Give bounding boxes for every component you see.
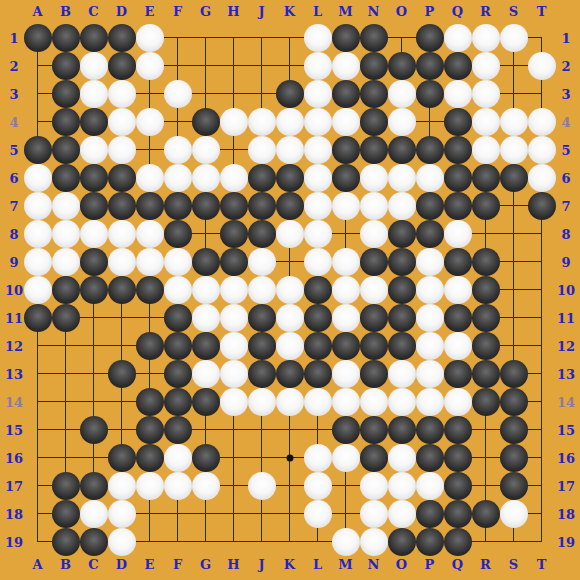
- white-stone-M16[interactable]: [332, 444, 360, 472]
- white-stone-J17[interactable]: [248, 472, 276, 500]
- white-stone-G11[interactable]: [192, 304, 220, 332]
- black-stone-C7[interactable]: [80, 192, 108, 220]
- white-stone-S5[interactable]: [500, 136, 528, 164]
- black-stone-N2[interactable]: [360, 52, 388, 80]
- black-stone-F13[interactable]: [164, 360, 192, 388]
- coordinate-label-col-O: O: [396, 558, 407, 571]
- white-stone-M9[interactable]: [332, 248, 360, 276]
- black-stone-O2[interactable]: [388, 52, 416, 80]
- black-stone-Q4[interactable]: [444, 108, 472, 136]
- coordinate-label-col-L: L: [313, 558, 322, 571]
- coordinate-label-col-D: D: [116, 5, 127, 18]
- coordinate-label-col-K: K: [284, 5, 295, 18]
- black-stone-H9[interactable]: [220, 248, 248, 276]
- white-stone-G10[interactable]: [192, 276, 220, 304]
- black-stone-M6[interactable]: [332, 164, 360, 192]
- black-stone-O19[interactable]: [388, 528, 416, 556]
- black-stone-M12[interactable]: [332, 332, 360, 360]
- white-stone-K14[interactable]: [276, 388, 304, 416]
- white-stone-G5[interactable]: [192, 136, 220, 164]
- black-stone-B5[interactable]: [52, 136, 80, 164]
- coordinate-label-row-5: 5: [9, 143, 18, 156]
- black-stone-E15[interactable]: [136, 416, 164, 444]
- black-stone-P7[interactable]: [416, 192, 444, 220]
- white-stone-F6[interactable]: [164, 164, 192, 192]
- coordinate-label-col-O: O: [396, 5, 407, 18]
- coordinate-label-col-S: S: [509, 558, 518, 571]
- white-stone-D19[interactable]: [108, 528, 136, 556]
- coordinate-label-row-10: 10: [557, 283, 575, 296]
- black-stone-B10[interactable]: [52, 276, 80, 304]
- white-stone-R5[interactable]: [472, 136, 500, 164]
- black-stone-M15[interactable]: [332, 416, 360, 444]
- black-stone-J8[interactable]: [248, 220, 276, 248]
- white-stone-A8[interactable]: [24, 220, 52, 248]
- black-stone-P5[interactable]: [416, 136, 444, 164]
- black-stone-M3[interactable]: [332, 80, 360, 108]
- white-stone-P11[interactable]: [416, 304, 444, 332]
- black-stone-O5[interactable]: [388, 136, 416, 164]
- coordinate-label-col-G: G: [200, 5, 211, 18]
- white-stone-P6[interactable]: [416, 164, 444, 192]
- black-stone-D10[interactable]: [108, 276, 136, 304]
- black-stone-D1[interactable]: [108, 24, 136, 52]
- black-stone-E7[interactable]: [136, 192, 164, 220]
- black-stone-E10[interactable]: [136, 276, 164, 304]
- black-stone-C17[interactable]: [80, 472, 108, 500]
- black-stone-N4[interactable]: [360, 108, 388, 136]
- white-stone-E9[interactable]: [136, 248, 164, 276]
- black-stone-S14[interactable]: [500, 388, 528, 416]
- white-stone-L6[interactable]: [304, 164, 332, 192]
- black-stone-B17[interactable]: [52, 472, 80, 500]
- white-stone-H13[interactable]: [220, 360, 248, 388]
- coordinate-label-col-T: T: [537, 5, 547, 18]
- white-stone-O18[interactable]: [388, 500, 416, 528]
- black-stone-C15[interactable]: [80, 416, 108, 444]
- white-stone-F9[interactable]: [164, 248, 192, 276]
- black-stone-C4[interactable]: [80, 108, 108, 136]
- black-stone-Q11[interactable]: [444, 304, 472, 332]
- black-stone-P1[interactable]: [416, 24, 444, 52]
- white-stone-S1[interactable]: [500, 24, 528, 52]
- black-stone-S6[interactable]: [500, 164, 528, 192]
- coordinate-label-col-Q: Q: [452, 558, 463, 571]
- white-stone-C18[interactable]: [80, 500, 108, 528]
- coordinate-label-row-15: 15: [5, 423, 23, 436]
- white-stone-E8[interactable]: [136, 220, 164, 248]
- white-stone-P17[interactable]: [416, 472, 444, 500]
- coordinate-label-col-F: F: [173, 558, 182, 571]
- black-stone-L10[interactable]: [304, 276, 332, 304]
- black-stone-N12[interactable]: [360, 332, 388, 360]
- white-stone-R4[interactable]: [472, 108, 500, 136]
- white-stone-D4[interactable]: [108, 108, 136, 136]
- white-stone-M13[interactable]: [332, 360, 360, 388]
- coordinate-label-row-8: 8: [561, 227, 570, 240]
- black-stone-D2[interactable]: [108, 52, 136, 80]
- white-stone-Q1[interactable]: [444, 24, 472, 52]
- black-stone-C9[interactable]: [80, 248, 108, 276]
- white-stone-O14[interactable]: [388, 388, 416, 416]
- white-stone-M11[interactable]: [332, 304, 360, 332]
- white-stone-L9[interactable]: [304, 248, 332, 276]
- black-stone-R13[interactable]: [472, 360, 500, 388]
- white-stone-M7[interactable]: [332, 192, 360, 220]
- white-stone-Q8[interactable]: [444, 220, 472, 248]
- black-stone-R6[interactable]: [472, 164, 500, 192]
- white-stone-L2[interactable]: [304, 52, 332, 80]
- black-stone-B19[interactable]: [52, 528, 80, 556]
- white-stone-A6[interactable]: [24, 164, 52, 192]
- black-stone-F14[interactable]: [164, 388, 192, 416]
- black-stone-R10[interactable]: [472, 276, 500, 304]
- black-stone-N11[interactable]: [360, 304, 388, 332]
- black-stone-Q2[interactable]: [444, 52, 472, 80]
- white-stone-C3[interactable]: [80, 80, 108, 108]
- black-stone-A11[interactable]: [24, 304, 52, 332]
- white-stone-J14[interactable]: [248, 388, 276, 416]
- black-stone-C1[interactable]: [80, 24, 108, 52]
- black-stone-K6[interactable]: [276, 164, 304, 192]
- black-stone-O12[interactable]: [388, 332, 416, 360]
- black-stone-G9[interactable]: [192, 248, 220, 276]
- white-stone-N7[interactable]: [360, 192, 388, 220]
- white-stone-O6[interactable]: [388, 164, 416, 192]
- white-stone-K11[interactable]: [276, 304, 304, 332]
- white-stone-H12[interactable]: [220, 332, 248, 360]
- white-stone-L8[interactable]: [304, 220, 332, 248]
- black-stone-P15[interactable]: [416, 416, 444, 444]
- white-stone-G13[interactable]: [192, 360, 220, 388]
- black-stone-J13[interactable]: [248, 360, 276, 388]
- black-stone-Q13[interactable]: [444, 360, 472, 388]
- coordinate-label-row-7: 7: [561, 199, 570, 212]
- white-stone-G17[interactable]: [192, 472, 220, 500]
- coordinate-label-row-10: 10: [5, 283, 23, 296]
- white-stone-F10[interactable]: [164, 276, 192, 304]
- black-stone-P2[interactable]: [416, 52, 444, 80]
- white-stone-P9[interactable]: [416, 248, 444, 276]
- coordinate-label-row-11: 11: [557, 311, 575, 324]
- black-stone-O10[interactable]: [388, 276, 416, 304]
- black-stone-N13[interactable]: [360, 360, 388, 388]
- black-stone-P3[interactable]: [416, 80, 444, 108]
- black-stone-J6[interactable]: [248, 164, 276, 192]
- white-stone-D18[interactable]: [108, 500, 136, 528]
- black-stone-S15[interactable]: [500, 416, 528, 444]
- black-stone-H7[interactable]: [220, 192, 248, 220]
- white-stone-T6[interactable]: [528, 164, 556, 192]
- black-stone-C6[interactable]: [80, 164, 108, 192]
- black-stone-M5[interactable]: [332, 136, 360, 164]
- white-stone-H14[interactable]: [220, 388, 248, 416]
- black-stone-Q9[interactable]: [444, 248, 472, 276]
- go-app: AABBCCDDEEFFGGHHJJKKLLMMNNOOPPQQRRSSTT11…: [0, 0, 580, 580]
- white-stone-F5[interactable]: [164, 136, 192, 164]
- white-stone-O3[interactable]: [388, 80, 416, 108]
- coordinate-label-col-M: M: [338, 558, 352, 571]
- white-stone-E6[interactable]: [136, 164, 164, 192]
- white-stone-A7[interactable]: [24, 192, 52, 220]
- coordinate-label-row-1: 1: [561, 31, 570, 44]
- white-stone-J10[interactable]: [248, 276, 276, 304]
- white-stone-A10[interactable]: [24, 276, 52, 304]
- white-stone-A9[interactable]: [24, 248, 52, 276]
- black-stone-G12[interactable]: [192, 332, 220, 360]
- white-stone-T4[interactable]: [528, 108, 556, 136]
- black-stone-O9[interactable]: [388, 248, 416, 276]
- black-stone-F12[interactable]: [164, 332, 192, 360]
- black-stone-L12[interactable]: [304, 332, 332, 360]
- black-stone-Q7[interactable]: [444, 192, 472, 220]
- coordinate-label-col-H: H: [227, 5, 239, 18]
- white-stone-K4[interactable]: [276, 108, 304, 136]
- white-stone-Q10[interactable]: [444, 276, 472, 304]
- white-stone-N8[interactable]: [360, 220, 388, 248]
- black-stone-C10[interactable]: [80, 276, 108, 304]
- black-stone-E14[interactable]: [136, 388, 164, 416]
- white-stone-M14[interactable]: [332, 388, 360, 416]
- black-stone-M1[interactable]: [332, 24, 360, 52]
- black-stone-E16[interactable]: [136, 444, 164, 472]
- coordinate-label-row-19: 19: [557, 535, 575, 548]
- white-stone-C8[interactable]: [80, 220, 108, 248]
- white-stone-H10[interactable]: [220, 276, 248, 304]
- coordinate-label-row-16: 16: [5, 451, 23, 464]
- black-stone-P18[interactable]: [416, 500, 444, 528]
- black-stone-P19[interactable]: [416, 528, 444, 556]
- black-stone-N3[interactable]: [360, 80, 388, 108]
- white-stone-D9[interactable]: [108, 248, 136, 276]
- coordinate-label-col-R: R: [480, 558, 491, 571]
- black-stone-B3[interactable]: [52, 80, 80, 108]
- white-stone-O16[interactable]: [388, 444, 416, 472]
- black-stone-E12[interactable]: [136, 332, 164, 360]
- black-stone-Q15[interactable]: [444, 416, 472, 444]
- white-stone-D3[interactable]: [108, 80, 136, 108]
- white-stone-C2[interactable]: [80, 52, 108, 80]
- white-stone-L14[interactable]: [304, 388, 332, 416]
- black-stone-D16[interactable]: [108, 444, 136, 472]
- black-stone-Q17[interactable]: [444, 472, 472, 500]
- white-stone-P10[interactable]: [416, 276, 444, 304]
- black-stone-Q18[interactable]: [444, 500, 472, 528]
- white-stone-F17[interactable]: [164, 472, 192, 500]
- black-stone-P16[interactable]: [416, 444, 444, 472]
- black-stone-O11[interactable]: [388, 304, 416, 332]
- black-stone-T7[interactable]: [528, 192, 556, 220]
- coordinate-label-row-12: 12: [5, 339, 23, 352]
- white-stone-N14[interactable]: [360, 388, 388, 416]
- black-stone-J7[interactable]: [248, 192, 276, 220]
- black-stone-B18[interactable]: [52, 500, 80, 528]
- black-stone-Q5[interactable]: [444, 136, 472, 164]
- white-stone-R1[interactable]: [472, 24, 500, 52]
- white-stone-K10[interactable]: [276, 276, 304, 304]
- black-stone-R18[interactable]: [472, 500, 500, 528]
- white-stone-L5[interactable]: [304, 136, 332, 164]
- white-stone-N6[interactable]: [360, 164, 388, 192]
- white-stone-F16[interactable]: [164, 444, 192, 472]
- white-stone-M19[interactable]: [332, 528, 360, 556]
- white-stone-M4[interactable]: [332, 108, 360, 136]
- black-stone-J11[interactable]: [248, 304, 276, 332]
- black-stone-D6[interactable]: [108, 164, 136, 192]
- white-stone-K12[interactable]: [276, 332, 304, 360]
- black-stone-B1[interactable]: [52, 24, 80, 52]
- black-stone-B11[interactable]: [52, 304, 80, 332]
- coordinate-label-row-13: 13: [5, 367, 23, 380]
- coordinate-label-col-T: T: [537, 558, 547, 571]
- black-stone-B2[interactable]: [52, 52, 80, 80]
- black-stone-N5[interactable]: [360, 136, 388, 164]
- go-board[interactable]: AABBCCDDEEFFGGHHJJKKLLMMNNOOPPQQRRSSTT11…: [0, 0, 580, 580]
- black-stone-S13[interactable]: [500, 360, 528, 388]
- coordinate-label-row-2: 2: [9, 59, 18, 72]
- black-stone-S16[interactable]: [500, 444, 528, 472]
- black-stone-S17[interactable]: [500, 472, 528, 500]
- white-stone-E2[interactable]: [136, 52, 164, 80]
- white-stone-C5[interactable]: [80, 136, 108, 164]
- white-stone-B8[interactable]: [52, 220, 80, 248]
- black-stone-R9[interactable]: [472, 248, 500, 276]
- black-stone-N15[interactable]: [360, 416, 388, 444]
- white-stone-D8[interactable]: [108, 220, 136, 248]
- black-stone-Q19[interactable]: [444, 528, 472, 556]
- black-stone-F11[interactable]: [164, 304, 192, 332]
- black-stone-A5[interactable]: [24, 136, 52, 164]
- coordinate-label-col-C: C: [88, 558, 98, 571]
- white-stone-D5[interactable]: [108, 136, 136, 164]
- coordinate-label-col-A: A: [32, 5, 42, 18]
- white-stone-J4[interactable]: [248, 108, 276, 136]
- white-stone-K5[interactable]: [276, 136, 304, 164]
- coordinate-label-col-B: B: [60, 5, 71, 18]
- white-stone-H6[interactable]: [220, 164, 248, 192]
- white-stone-P13[interactable]: [416, 360, 444, 388]
- white-stone-T5[interactable]: [528, 136, 556, 164]
- black-stone-C19[interactable]: [80, 528, 108, 556]
- white-stone-N17[interactable]: [360, 472, 388, 500]
- black-stone-N16[interactable]: [360, 444, 388, 472]
- coordinate-label-col-P: P: [425, 558, 435, 571]
- white-stone-G6[interactable]: [192, 164, 220, 192]
- black-stone-O8[interactable]: [388, 220, 416, 248]
- black-stone-F7[interactable]: [164, 192, 192, 220]
- black-stone-K13[interactable]: [276, 360, 304, 388]
- black-stone-Q6[interactable]: [444, 164, 472, 192]
- white-stone-H11[interactable]: [220, 304, 248, 332]
- white-stone-R3[interactable]: [472, 80, 500, 108]
- white-stone-E4[interactable]: [136, 108, 164, 136]
- black-stone-R12[interactable]: [472, 332, 500, 360]
- coordinate-label-col-M: M: [338, 5, 352, 18]
- white-stone-O7[interactable]: [388, 192, 416, 220]
- white-stone-E1[interactable]: [136, 24, 164, 52]
- white-stone-S18[interactable]: [500, 500, 528, 528]
- white-stone-N18[interactable]: [360, 500, 388, 528]
- white-stone-N10[interactable]: [360, 276, 388, 304]
- white-stone-J5[interactable]: [248, 136, 276, 164]
- black-stone-K3[interactable]: [276, 80, 304, 108]
- black-stone-H8[interactable]: [220, 220, 248, 248]
- white-stone-K8[interactable]: [276, 220, 304, 248]
- white-stone-L3[interactable]: [304, 80, 332, 108]
- black-stone-B6[interactable]: [52, 164, 80, 192]
- white-stone-B7[interactable]: [52, 192, 80, 220]
- white-stone-L4[interactable]: [304, 108, 332, 136]
- black-stone-K7[interactable]: [276, 192, 304, 220]
- white-stone-R2[interactable]: [472, 52, 500, 80]
- white-stone-E17[interactable]: [136, 472, 164, 500]
- white-stone-L7[interactable]: [304, 192, 332, 220]
- white-stone-L17[interactable]: [304, 472, 332, 500]
- coordinate-label-col-H: H: [227, 558, 239, 571]
- black-stone-G4[interactable]: [192, 108, 220, 136]
- black-stone-P8[interactable]: [416, 220, 444, 248]
- black-stone-L13[interactable]: [304, 360, 332, 388]
- black-stone-R7[interactable]: [472, 192, 500, 220]
- black-stone-Q16[interactable]: [444, 444, 472, 472]
- coordinate-label-col-D: D: [116, 558, 127, 571]
- white-stone-P12[interactable]: [416, 332, 444, 360]
- black-stone-J12[interactable]: [248, 332, 276, 360]
- black-stone-G14[interactable]: [192, 388, 220, 416]
- black-stone-N1[interactable]: [360, 24, 388, 52]
- white-stone-L18[interactable]: [304, 500, 332, 528]
- white-stone-Q12[interactable]: [444, 332, 472, 360]
- coordinate-label-col-L: L: [313, 5, 322, 18]
- black-stone-D7[interactable]: [108, 192, 136, 220]
- white-stone-J9[interactable]: [248, 248, 276, 276]
- white-stone-P14[interactable]: [416, 388, 444, 416]
- coordinate-label-row-9: 9: [9, 255, 18, 268]
- black-stone-O15[interactable]: [388, 416, 416, 444]
- white-stone-S4[interactable]: [500, 108, 528, 136]
- black-stone-L11[interactable]: [304, 304, 332, 332]
- white-stone-L1[interactable]: [304, 24, 332, 52]
- white-stone-T2[interactable]: [528, 52, 556, 80]
- white-stone-Q3[interactable]: [444, 80, 472, 108]
- black-stone-G7[interactable]: [192, 192, 220, 220]
- coordinate-label-row-16: 16: [557, 451, 575, 464]
- black-stone-F8[interactable]: [164, 220, 192, 248]
- white-stone-B9[interactable]: [52, 248, 80, 276]
- coordinate-label-row-3: 3: [561, 87, 570, 100]
- white-stone-O17[interactable]: [388, 472, 416, 500]
- white-stone-F3[interactable]: [164, 80, 192, 108]
- black-stone-B4[interactable]: [52, 108, 80, 136]
- white-stone-M2[interactable]: [332, 52, 360, 80]
- white-stone-N19[interactable]: [360, 528, 388, 556]
- black-stone-R11[interactable]: [472, 304, 500, 332]
- white-stone-L16[interactable]: [304, 444, 332, 472]
- black-stone-N9[interactable]: [360, 248, 388, 276]
- white-stone-H4[interactable]: [220, 108, 248, 136]
- white-stone-O13[interactable]: [388, 360, 416, 388]
- coordinate-label-row-9: 9: [561, 255, 570, 268]
- black-stone-F15[interactable]: [164, 416, 192, 444]
- white-stone-O4[interactable]: [388, 108, 416, 136]
- black-stone-G16[interactable]: [192, 444, 220, 472]
- black-stone-D13[interactable]: [108, 360, 136, 388]
- white-stone-M10[interactable]: [332, 276, 360, 304]
- black-stone-R14[interactable]: [472, 388, 500, 416]
- black-stone-A1[interactable]: [24, 24, 52, 52]
- white-stone-Q14[interactable]: [444, 388, 472, 416]
- white-stone-D17[interactable]: [108, 472, 136, 500]
